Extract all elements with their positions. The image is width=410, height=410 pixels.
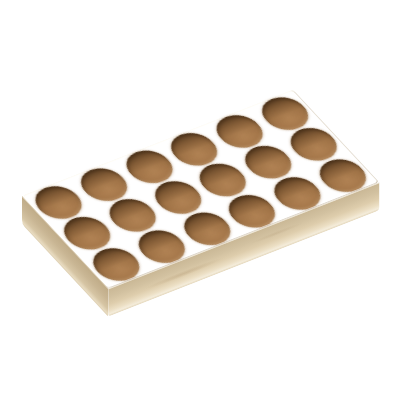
mancala-board: [0, 0, 410, 410]
product-photo-scene: [0, 0, 410, 410]
